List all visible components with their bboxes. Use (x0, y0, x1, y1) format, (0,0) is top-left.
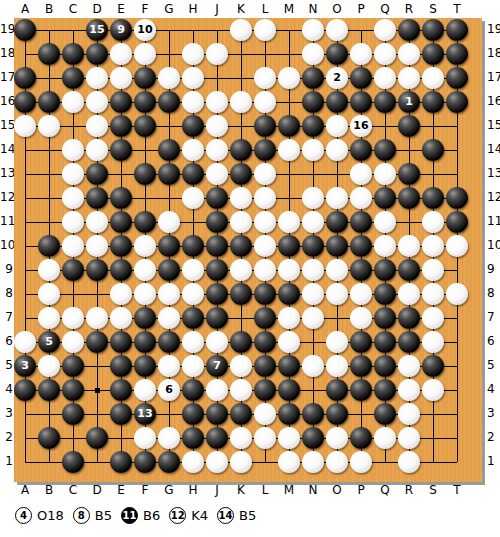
board-point-A11[interactable] (13, 210, 37, 234)
board-point-S13[interactable] (421, 162, 445, 186)
board-point-B4[interactable] (37, 378, 61, 402)
board-point-T9[interactable] (445, 258, 469, 282)
board-point-M17[interactable] (277, 66, 301, 90)
board-point-A16[interactable] (13, 90, 37, 114)
board-point-P11[interactable] (349, 210, 373, 234)
board-point-H3[interactable] (181, 402, 205, 426)
board-point-C16[interactable] (61, 90, 85, 114)
board-point-K3[interactable] (229, 402, 253, 426)
board-point-E14[interactable] (109, 138, 133, 162)
board-point-P12[interactable] (349, 186, 373, 210)
board-point-P7[interactable] (349, 306, 373, 330)
board-point-G8[interactable] (157, 282, 181, 306)
board-point-G15[interactable] (157, 114, 181, 138)
board-point-A14[interactable] (13, 138, 37, 162)
board-point-D9[interactable] (85, 258, 109, 282)
board-point-T3[interactable] (445, 402, 469, 426)
board-point-C10[interactable] (61, 234, 85, 258)
board-point-J16[interactable] (205, 90, 229, 114)
board-point-B9[interactable] (37, 258, 61, 282)
board-point-H8[interactable] (181, 282, 205, 306)
board-point-A4[interactable] (13, 378, 37, 402)
board-point-J8[interactable] (205, 282, 229, 306)
board-point-H7[interactable] (181, 306, 205, 330)
board-point-Q18[interactable] (373, 42, 397, 66)
board-point-G16[interactable] (157, 90, 181, 114)
board-point-D2[interactable] (85, 426, 109, 450)
board-point-K15[interactable] (229, 114, 253, 138)
board-point-T4[interactable] (445, 378, 469, 402)
board-point-T10[interactable] (445, 234, 469, 258)
board-point-B6[interactable]: 5 (37, 330, 61, 354)
board-point-Q9[interactable] (373, 258, 397, 282)
board-point-T11[interactable] (445, 210, 469, 234)
board-point-F18[interactable] (133, 42, 157, 66)
board-point-D7[interactable] (85, 306, 109, 330)
board-point-L17[interactable] (253, 66, 277, 90)
board-point-K1[interactable] (229, 450, 253, 474)
board-point-M5[interactable] (277, 354, 301, 378)
board-point-B1[interactable] (37, 450, 61, 474)
board-point-C1[interactable] (61, 450, 85, 474)
board-point-S7[interactable] (421, 306, 445, 330)
board-point-M19[interactable] (277, 18, 301, 42)
board-point-B12[interactable] (37, 186, 61, 210)
board-point-E11[interactable] (109, 210, 133, 234)
board-point-K8[interactable] (229, 282, 253, 306)
board-point-D10[interactable] (85, 234, 109, 258)
board-point-L18[interactable] (253, 42, 277, 66)
board-point-J1[interactable] (205, 450, 229, 474)
board-point-C14[interactable] (61, 138, 85, 162)
board-point-H12[interactable] (181, 186, 205, 210)
board-point-T19[interactable] (445, 18, 469, 42)
board-point-D1[interactable] (85, 450, 109, 474)
board-point-N8[interactable] (301, 282, 325, 306)
board-point-P4[interactable] (349, 378, 373, 402)
board-point-R16[interactable]: 1 (397, 90, 421, 114)
board-point-N5[interactable] (301, 354, 325, 378)
board-point-L13[interactable] (253, 162, 277, 186)
board-point-D14[interactable] (85, 138, 109, 162)
board-point-E5[interactable] (109, 354, 133, 378)
board-point-S5[interactable] (421, 354, 445, 378)
board-point-G1[interactable] (157, 450, 181, 474)
board-point-R5[interactable] (397, 354, 421, 378)
board-point-D19[interactable]: 15 (85, 18, 109, 42)
board-point-G10[interactable] (157, 234, 181, 258)
board-point-A2[interactable] (13, 426, 37, 450)
board-point-L8[interactable] (253, 282, 277, 306)
board-point-N16[interactable] (301, 90, 325, 114)
board-point-O6[interactable] (325, 330, 349, 354)
board-point-M3[interactable] (277, 402, 301, 426)
board-point-A12[interactable] (13, 186, 37, 210)
board-point-N17[interactable] (301, 66, 325, 90)
board-point-H18[interactable] (181, 42, 205, 66)
board-point-R11[interactable] (397, 210, 421, 234)
board-point-H17[interactable] (181, 66, 205, 90)
board-point-O10[interactable] (325, 234, 349, 258)
board-point-C11[interactable] (61, 210, 85, 234)
board-point-G13[interactable] (157, 162, 181, 186)
board-point-S15[interactable] (421, 114, 445, 138)
board-point-O2[interactable] (325, 426, 349, 450)
board-point-M12[interactable] (277, 186, 301, 210)
board-point-K18[interactable] (229, 42, 253, 66)
board-point-Q11[interactable] (373, 210, 397, 234)
board-point-M8[interactable] (277, 282, 301, 306)
board-point-P19[interactable] (349, 18, 373, 42)
board-point-F6[interactable] (133, 330, 157, 354)
board-point-B18[interactable] (37, 42, 61, 66)
board-point-F3[interactable]: 13 (133, 402, 157, 426)
board-point-Q6[interactable] (373, 330, 397, 354)
board-point-B15[interactable] (37, 114, 61, 138)
board-point-H15[interactable] (181, 114, 205, 138)
board-point-Q7[interactable] (373, 306, 397, 330)
board-point-D15[interactable] (85, 114, 109, 138)
board-point-C4[interactable] (61, 378, 85, 402)
board-point-L19[interactable] (253, 18, 277, 42)
board-point-S3[interactable] (421, 402, 445, 426)
board-point-D6[interactable] (85, 330, 109, 354)
board-point-E16[interactable] (109, 90, 133, 114)
board-point-J12[interactable] (205, 186, 229, 210)
board-point-R12[interactable] (397, 186, 421, 210)
board-point-T5[interactable] (445, 354, 469, 378)
board-point-D12[interactable] (85, 186, 109, 210)
board-point-L6[interactable] (253, 330, 277, 354)
board-point-D16[interactable] (85, 90, 109, 114)
board-point-N4[interactable] (301, 378, 325, 402)
board-point-T17[interactable] (445, 66, 469, 90)
board-point-F10[interactable] (133, 234, 157, 258)
board-point-A18[interactable] (13, 42, 37, 66)
board-point-B2[interactable] (37, 426, 61, 450)
board-point-K2[interactable] (229, 426, 253, 450)
board-point-T8[interactable] (445, 282, 469, 306)
board-point-J19[interactable] (205, 18, 229, 42)
board-point-O13[interactable] (325, 162, 349, 186)
board-point-E7[interactable] (109, 306, 133, 330)
board-point-S14[interactable] (421, 138, 445, 162)
board-point-O18[interactable] (325, 42, 349, 66)
board-point-S11[interactable] (421, 210, 445, 234)
board-point-R9[interactable] (397, 258, 421, 282)
board-point-H2[interactable] (181, 426, 205, 450)
board-point-S4[interactable] (421, 378, 445, 402)
board-point-T15[interactable] (445, 114, 469, 138)
board-point-P6[interactable] (349, 330, 373, 354)
board-point-K14[interactable] (229, 138, 253, 162)
board-point-H11[interactable] (181, 210, 205, 234)
board-point-D13[interactable] (85, 162, 109, 186)
board-point-G5[interactable] (157, 354, 181, 378)
board-point-E8[interactable] (109, 282, 133, 306)
board-point-B13[interactable] (37, 162, 61, 186)
board-point-R8[interactable] (397, 282, 421, 306)
board-point-P17[interactable] (349, 66, 373, 90)
board-point-J17[interactable] (205, 66, 229, 90)
board-point-R7[interactable] (397, 306, 421, 330)
board-point-S2[interactable] (421, 426, 445, 450)
board-point-H19[interactable] (181, 18, 205, 42)
board-point-M2[interactable] (277, 426, 301, 450)
board-point-N10[interactable] (301, 234, 325, 258)
board-point-D3[interactable] (85, 402, 109, 426)
board-point-M15[interactable] (277, 114, 301, 138)
board-point-N3[interactable] (301, 402, 325, 426)
board-point-O12[interactable] (325, 186, 349, 210)
board-point-P3[interactable] (349, 402, 373, 426)
board-point-S12[interactable] (421, 186, 445, 210)
board-point-J15[interactable] (205, 114, 229, 138)
board-point-P14[interactable] (349, 138, 373, 162)
board-point-T12[interactable] (445, 186, 469, 210)
board-point-G11[interactable] (157, 210, 181, 234)
board-point-B7[interactable] (37, 306, 61, 330)
board-point-K17[interactable] (229, 66, 253, 90)
board-point-R3[interactable] (397, 402, 421, 426)
board-point-G9[interactable] (157, 258, 181, 282)
board-point-J4[interactable] (205, 378, 229, 402)
board-point-N15[interactable] (301, 114, 325, 138)
board-point-H13[interactable] (181, 162, 205, 186)
board-point-P2[interactable] (349, 426, 373, 450)
board-point-L10[interactable] (253, 234, 277, 258)
board-point-F7[interactable] (133, 306, 157, 330)
board-point-K6[interactable] (229, 330, 253, 354)
board-point-M16[interactable] (277, 90, 301, 114)
board-point-O5[interactable] (325, 354, 349, 378)
board-point-Q19[interactable] (373, 18, 397, 42)
board-point-D17[interactable] (85, 66, 109, 90)
board-point-L3[interactable] (253, 402, 277, 426)
board-point-H9[interactable] (181, 258, 205, 282)
board-point-L2[interactable] (253, 426, 277, 450)
board-point-R4[interactable] (397, 378, 421, 402)
board-point-B17[interactable] (37, 66, 61, 90)
board-point-R1[interactable] (397, 450, 421, 474)
board-point-C2[interactable] (61, 426, 85, 450)
board-point-G12[interactable] (157, 186, 181, 210)
board-point-E13[interactable] (109, 162, 133, 186)
board-point-J13[interactable] (205, 162, 229, 186)
board-point-R18[interactable] (397, 42, 421, 66)
board-point-M6[interactable] (277, 330, 301, 354)
board-point-P10[interactable] (349, 234, 373, 258)
board-point-Q16[interactable] (373, 90, 397, 114)
board-point-K13[interactable] (229, 162, 253, 186)
board-point-E3[interactable] (109, 402, 133, 426)
board-point-Q2[interactable] (373, 426, 397, 450)
board-point-F12[interactable] (133, 186, 157, 210)
board-point-F15[interactable] (133, 114, 157, 138)
board-point-S6[interactable] (421, 330, 445, 354)
board-point-H5[interactable] (181, 354, 205, 378)
board-point-K19[interactable] (229, 18, 253, 42)
board-point-J9[interactable] (205, 258, 229, 282)
board-point-R17[interactable] (397, 66, 421, 90)
board-point-H6[interactable] (181, 330, 205, 354)
board-point-E15[interactable] (109, 114, 133, 138)
board-point-M4[interactable] (277, 378, 301, 402)
board-point-Q3[interactable] (373, 402, 397, 426)
board-point-F11[interactable] (133, 210, 157, 234)
board-point-S10[interactable] (421, 234, 445, 258)
board-point-B3[interactable] (37, 402, 61, 426)
board-point-G17[interactable] (157, 66, 181, 90)
board-point-M7[interactable] (277, 306, 301, 330)
board-point-B16[interactable] (37, 90, 61, 114)
board-point-H10[interactable] (181, 234, 205, 258)
board-point-J14[interactable] (205, 138, 229, 162)
board-point-L14[interactable] (253, 138, 277, 162)
board-point-L5[interactable] (253, 354, 277, 378)
board-point-K10[interactable] (229, 234, 253, 258)
board-point-G14[interactable] (157, 138, 181, 162)
board-point-R15[interactable] (397, 114, 421, 138)
board-point-J3[interactable] (205, 402, 229, 426)
board-point-M13[interactable] (277, 162, 301, 186)
board-point-C3[interactable] (61, 402, 85, 426)
board-point-A19[interactable] (13, 18, 37, 42)
board-point-K16[interactable] (229, 90, 253, 114)
board-point-C13[interactable] (61, 162, 85, 186)
board-point-T2[interactable] (445, 426, 469, 450)
board-point-A8[interactable] (13, 282, 37, 306)
board-point-Q14[interactable] (373, 138, 397, 162)
board-point-T7[interactable] (445, 306, 469, 330)
board-point-L15[interactable] (253, 114, 277, 138)
board-point-A17[interactable] (13, 66, 37, 90)
board-point-O3[interactable] (325, 402, 349, 426)
board-point-S18[interactable] (421, 42, 445, 66)
board-point-O17[interactable]: 2 (325, 66, 349, 90)
board-point-J5[interactable]: 7 (205, 354, 229, 378)
board-point-G19[interactable] (157, 18, 181, 42)
board-point-T16[interactable] (445, 90, 469, 114)
board-point-G7[interactable] (157, 306, 181, 330)
board-point-C12[interactable] (61, 186, 85, 210)
board-point-B10[interactable] (37, 234, 61, 258)
board-point-O11[interactable] (325, 210, 349, 234)
board-point-O19[interactable] (325, 18, 349, 42)
board-point-O1[interactable] (325, 450, 349, 474)
board-point-G4[interactable]: 6 (157, 378, 181, 402)
board-point-B5[interactable] (37, 354, 61, 378)
board-point-K11[interactable] (229, 210, 253, 234)
board-point-H16[interactable] (181, 90, 205, 114)
board-point-L11[interactable] (253, 210, 277, 234)
board-point-E12[interactable] (109, 186, 133, 210)
board-point-P5[interactable] (349, 354, 373, 378)
board-point-M10[interactable] (277, 234, 301, 258)
board-point-Q17[interactable] (373, 66, 397, 90)
board-point-H4[interactable] (181, 378, 205, 402)
board-point-P1[interactable] (349, 450, 373, 474)
board-point-N12[interactable] (301, 186, 325, 210)
board-point-A9[interactable] (13, 258, 37, 282)
board-point-F5[interactable] (133, 354, 157, 378)
board-point-N14[interactable] (301, 138, 325, 162)
board-point-F13[interactable] (133, 162, 157, 186)
board-point-K4[interactable] (229, 378, 253, 402)
board-point-P18[interactable] (349, 42, 373, 66)
board-point-N18[interactable] (301, 42, 325, 66)
board-point-T1[interactable] (445, 450, 469, 474)
board-point-T6[interactable] (445, 330, 469, 354)
board-point-A1[interactable] (13, 450, 37, 474)
board-point-L7[interactable] (253, 306, 277, 330)
board-point-N11[interactable] (301, 210, 325, 234)
board-point-E17[interactable] (109, 66, 133, 90)
board-point-A10[interactable] (13, 234, 37, 258)
board-point-A15[interactable] (13, 114, 37, 138)
board-point-F1[interactable] (133, 450, 157, 474)
board-point-Q1[interactable] (373, 450, 397, 474)
board-point-G6[interactable] (157, 330, 181, 354)
board-point-R2[interactable] (397, 426, 421, 450)
board-point-C7[interactable] (61, 306, 85, 330)
board-point-C15[interactable] (61, 114, 85, 138)
board-point-S17[interactable] (421, 66, 445, 90)
board-point-T18[interactable] (445, 42, 469, 66)
board-point-Q5[interactable] (373, 354, 397, 378)
board-point-S16[interactable] (421, 90, 445, 114)
board-point-K5[interactable] (229, 354, 253, 378)
board-point-N6[interactable] (301, 330, 325, 354)
board-point-S1[interactable] (421, 450, 445, 474)
board-point-E9[interactable] (109, 258, 133, 282)
board-point-C8[interactable] (61, 282, 85, 306)
board-point-B19[interactable] (37, 18, 61, 42)
board-point-F2[interactable] (133, 426, 157, 450)
board-point-E10[interactable] (109, 234, 133, 258)
board-point-F16[interactable] (133, 90, 157, 114)
board-point-C6[interactable] (61, 330, 85, 354)
board-point-F19[interactable]: 10 (133, 18, 157, 42)
board-point-K9[interactable] (229, 258, 253, 282)
board-point-T14[interactable] (445, 138, 469, 162)
board-point-N13[interactable] (301, 162, 325, 186)
board-point-A7[interactable] (13, 306, 37, 330)
board-point-O15[interactable] (325, 114, 349, 138)
board-point-E4[interactable] (109, 378, 133, 402)
board-point-S19[interactable] (421, 18, 445, 42)
board-point-M18[interactable] (277, 42, 301, 66)
board-point-E18[interactable] (109, 42, 133, 66)
board-point-D5[interactable] (85, 354, 109, 378)
board-point-Q13[interactable] (373, 162, 397, 186)
board-point-K7[interactable] (229, 306, 253, 330)
board-point-C19[interactable] (61, 18, 85, 42)
board-point-N2[interactable] (301, 426, 325, 450)
board-point-F9[interactable] (133, 258, 157, 282)
board-point-R6[interactable] (397, 330, 421, 354)
board-point-Q15[interactable] (373, 114, 397, 138)
board-point-R19[interactable] (397, 18, 421, 42)
board-point-E19[interactable]: 9 (109, 18, 133, 42)
board-point-E6[interactable] (109, 330, 133, 354)
board-point-R14[interactable] (397, 138, 421, 162)
board-point-F8[interactable] (133, 282, 157, 306)
board-point-M1[interactable] (277, 450, 301, 474)
board-point-N9[interactable] (301, 258, 325, 282)
board-point-D18[interactable] (85, 42, 109, 66)
board-point-F14[interactable] (133, 138, 157, 162)
